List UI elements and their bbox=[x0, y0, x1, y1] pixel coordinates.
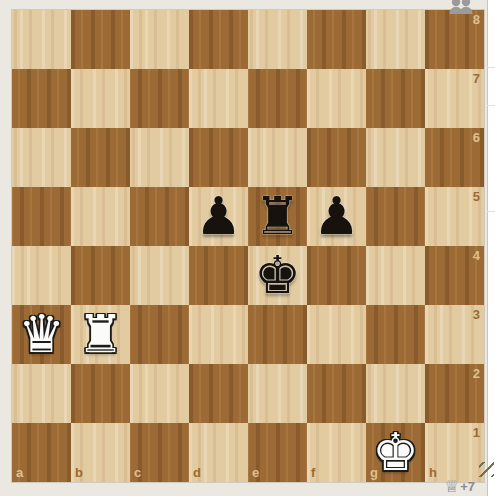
square-d3[interactable] bbox=[189, 305, 248, 364]
square-e4[interactable]: ♚ bbox=[248, 246, 307, 305]
square-f1[interactable]: f bbox=[307, 423, 366, 482]
piece-black-king-e4[interactable]: ♚ bbox=[248, 246, 307, 305]
piece-white-queen-a3[interactable]: ♛ bbox=[12, 305, 71, 364]
square-g4[interactable] bbox=[366, 246, 425, 305]
square-c1[interactable]: c bbox=[130, 423, 189, 482]
square-f7[interactable] bbox=[307, 69, 366, 128]
square-d1[interactable]: d bbox=[189, 423, 248, 482]
rank-label-5: 5 bbox=[473, 190, 480, 203]
square-a1[interactable]: a bbox=[12, 423, 71, 482]
rank-label-7: 7 bbox=[473, 72, 480, 85]
square-a8[interactable] bbox=[12, 10, 71, 69]
square-b3[interactable]: ♜ bbox=[71, 305, 130, 364]
captured-queen-icon: ♕ bbox=[444, 477, 459, 496]
rank-label-8: 8 bbox=[473, 13, 480, 26]
file-label-c: c bbox=[134, 466, 141, 479]
square-f4[interactable] bbox=[307, 246, 366, 305]
side-panel-edge[interactable] bbox=[487, 0, 495, 496]
square-h7[interactable]: 7 bbox=[425, 69, 484, 128]
square-e6[interactable] bbox=[248, 128, 307, 187]
watchers-icon bbox=[448, 0, 474, 14]
square-e5[interactable]: ♜ bbox=[248, 187, 307, 246]
file-label-b: b bbox=[75, 466, 83, 479]
file-label-h: h bbox=[429, 466, 437, 479]
square-f6[interactable] bbox=[307, 128, 366, 187]
piece-black-rook-e5[interactable]: ♜ bbox=[248, 187, 307, 246]
square-b8[interactable] bbox=[71, 10, 130, 69]
piece-black-king-f5[interactable]: ♟ bbox=[307, 187, 366, 246]
chess-app-page: { "game": "chess", "position": { "fen": … bbox=[0, 0, 495, 496]
square-h5[interactable]: 5 bbox=[425, 187, 484, 246]
square-e7[interactable] bbox=[248, 69, 307, 128]
square-d7[interactable] bbox=[189, 69, 248, 128]
square-f3[interactable] bbox=[307, 305, 366, 364]
square-g6[interactable] bbox=[366, 128, 425, 187]
square-b7[interactable] bbox=[71, 69, 130, 128]
square-h2[interactable]: 2 bbox=[425, 364, 484, 423]
square-a5[interactable] bbox=[12, 187, 71, 246]
square-a2[interactable] bbox=[12, 364, 71, 423]
square-d8[interactable] bbox=[189, 10, 248, 69]
piece-black-pawn-d5[interactable]: ♟ bbox=[189, 187, 248, 246]
rank-label-1: 1 bbox=[473, 426, 480, 439]
square-c5[interactable] bbox=[130, 187, 189, 246]
panel-divider bbox=[487, 105, 495, 106]
square-g1[interactable]: g♚ bbox=[366, 423, 425, 482]
square-e1[interactable]: e bbox=[248, 423, 307, 482]
square-e2[interactable] bbox=[248, 364, 307, 423]
resize-grip-icon[interactable] bbox=[479, 462, 494, 477]
square-d4[interactable] bbox=[189, 246, 248, 305]
square-c7[interactable] bbox=[130, 69, 189, 128]
square-g5[interactable] bbox=[366, 187, 425, 246]
material-advantage-indicator: ♕ +7 bbox=[444, 477, 475, 496]
piece-white-king-g1[interactable]: ♚ bbox=[366, 423, 425, 482]
piece-white-rook-b3[interactable]: ♜ bbox=[71, 305, 130, 364]
panel-divider bbox=[487, 211, 495, 212]
rank-label-2: 2 bbox=[473, 367, 480, 380]
square-b6[interactable] bbox=[71, 128, 130, 187]
chess-board: 876♟♜♟5♚4♛♜32abcdefg♚1h bbox=[12, 10, 484, 482]
square-b5[interactable] bbox=[71, 187, 130, 246]
square-g2[interactable] bbox=[366, 364, 425, 423]
square-g3[interactable] bbox=[366, 305, 425, 364]
file-label-a: a bbox=[16, 466, 23, 479]
rank-label-4: 4 bbox=[473, 249, 480, 262]
square-d2[interactable] bbox=[189, 364, 248, 423]
material-advantage-value: +7 bbox=[460, 477, 475, 496]
square-h8[interactable]: 8 bbox=[425, 10, 484, 69]
panel-divider bbox=[487, 67, 495, 68]
square-c2[interactable] bbox=[130, 364, 189, 423]
square-d6[interactable] bbox=[189, 128, 248, 187]
square-b4[interactable] bbox=[71, 246, 130, 305]
file-label-e: e bbox=[252, 466, 259, 479]
file-label-d: d bbox=[193, 466, 201, 479]
square-e8[interactable] bbox=[248, 10, 307, 69]
square-b2[interactable] bbox=[71, 364, 130, 423]
square-h1[interactable]: 1h bbox=[425, 423, 484, 482]
square-h3[interactable]: 3 bbox=[425, 305, 484, 364]
square-a7[interactable] bbox=[12, 69, 71, 128]
square-c6[interactable] bbox=[130, 128, 189, 187]
square-f5[interactable]: ♟ bbox=[307, 187, 366, 246]
square-f2[interactable] bbox=[307, 364, 366, 423]
rank-label-6: 6 bbox=[473, 131, 480, 144]
square-f8[interactable] bbox=[307, 10, 366, 69]
square-a6[interactable] bbox=[12, 128, 71, 187]
square-c3[interactable] bbox=[130, 305, 189, 364]
square-a3[interactable]: ♛ bbox=[12, 305, 71, 364]
square-g7[interactable] bbox=[366, 69, 425, 128]
square-h4[interactable]: 4 bbox=[425, 246, 484, 305]
square-c8[interactable] bbox=[130, 10, 189, 69]
file-label-f: f bbox=[311, 466, 315, 479]
square-d5[interactable]: ♟ bbox=[189, 187, 248, 246]
square-c4[interactable] bbox=[130, 246, 189, 305]
rank-label-3: 3 bbox=[473, 308, 480, 321]
square-g8[interactable] bbox=[366, 10, 425, 69]
square-e3[interactable] bbox=[248, 305, 307, 364]
square-h6[interactable]: 6 bbox=[425, 128, 484, 187]
square-b1[interactable]: b bbox=[71, 423, 130, 482]
square-a4[interactable] bbox=[12, 246, 71, 305]
